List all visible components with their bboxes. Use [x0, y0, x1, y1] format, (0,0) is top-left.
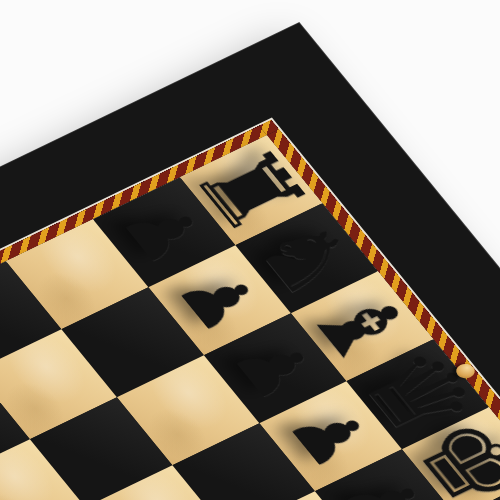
photo-background: ♜♞♝♛♚♟♟♟♟♟: [0, 0, 500, 500]
chessboard: ♜♞♝♛♚♟♟♟♟♟: [0, 23, 500, 500]
